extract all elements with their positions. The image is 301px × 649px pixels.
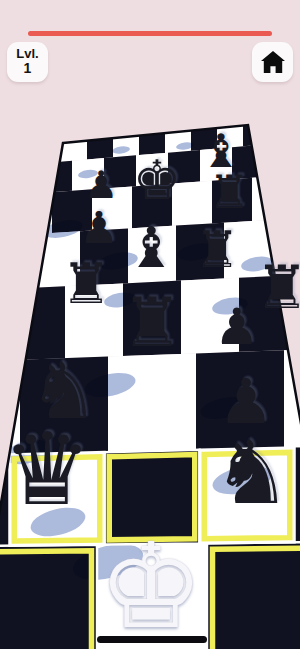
board-square: [104, 155, 136, 188]
highlighted-move-square[interactable]: [213, 548, 301, 649]
board-square: [200, 147, 232, 181]
board-square: [8, 164, 40, 196]
highlighted-move-square[interactable]: [109, 455, 195, 540]
board-square: [181, 278, 239, 354]
board-square: [212, 178, 252, 224]
board-square: [20, 357, 108, 455]
board-square: [292, 172, 300, 219]
highlighted-move-square[interactable]: [0, 551, 92, 649]
board-square: [123, 281, 181, 356]
chess-board-3d: [0, 0, 300, 649]
board-square: [12, 192, 52, 235]
home-indicator: [97, 636, 207, 643]
board-square: [35, 143, 61, 164]
board-square: [272, 217, 300, 276]
board-square: [172, 181, 212, 226]
board-square: [108, 353, 196, 452]
board-square: [297, 272, 300, 350]
highlighted-move-square[interactable]: [204, 452, 290, 538]
board-square: [128, 226, 176, 284]
board-square: [92, 186, 132, 230]
board-square: [0, 289, 7, 362]
highlighted-move-square[interactable]: [14, 457, 100, 541]
board-square: [132, 184, 172, 229]
board-square: [168, 150, 200, 184]
board-square: [0, 234, 32, 290]
board-square: [232, 144, 264, 179]
game-screen: Lvl. 1 ♝♟♚♜♟♝♜♜♜♟♜♞♟♛♞♚: [0, 0, 300, 649]
board-square: [136, 153, 168, 187]
board-square: [239, 275, 297, 352]
board-square: [264, 142, 296, 177]
board-square: [0, 195, 12, 238]
